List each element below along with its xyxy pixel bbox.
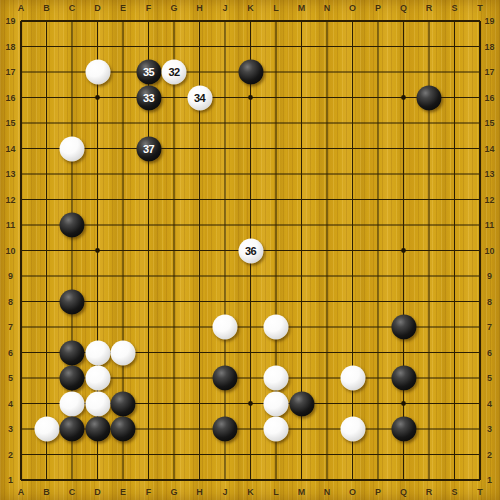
intersection-M15[interactable] <box>289 110 315 136</box>
intersection-D10[interactable] <box>85 238 111 264</box>
intersection-J8[interactable] <box>212 289 238 315</box>
intersection-N16[interactable] <box>314 85 340 111</box>
intersection-F5[interactable] <box>136 365 162 391</box>
intersection-T4[interactable] <box>467 391 493 417</box>
intersection-G16[interactable] <box>161 85 187 111</box>
intersection-P10[interactable] <box>365 238 391 264</box>
intersection-C3[interactable] <box>59 416 85 442</box>
intersection-Q8[interactable] <box>391 289 417 315</box>
intersection-Q10[interactable] <box>391 238 417 264</box>
intersection-O2[interactable] <box>340 442 366 468</box>
intersection-D1[interactable] <box>85 467 111 493</box>
intersection-C18[interactable] <box>59 34 85 60</box>
intersection-K13[interactable] <box>238 161 264 187</box>
intersection-N13[interactable] <box>314 161 340 187</box>
intersection-M2[interactable] <box>289 442 315 468</box>
intersection-A1[interactable] <box>8 467 34 493</box>
intersection-R12[interactable] <box>416 187 442 213</box>
intersection-Q4[interactable] <box>391 391 417 417</box>
intersection-J9[interactable] <box>212 263 238 289</box>
intersection-F11[interactable] <box>136 212 162 238</box>
intersection-D11[interactable] <box>85 212 111 238</box>
intersection-F9[interactable] <box>136 263 162 289</box>
intersection-C6[interactable] <box>59 340 85 366</box>
intersection-S6[interactable] <box>442 340 468 366</box>
intersection-M7[interactable] <box>289 314 315 340</box>
intersection-L1[interactable] <box>263 467 289 493</box>
intersection-J1[interactable] <box>212 467 238 493</box>
intersection-F4[interactable] <box>136 391 162 417</box>
intersection-L7[interactable] <box>263 314 289 340</box>
intersection-C7[interactable] <box>59 314 85 340</box>
intersection-F8[interactable] <box>136 289 162 315</box>
intersection-D9[interactable] <box>85 263 111 289</box>
intersection-R9[interactable] <box>416 263 442 289</box>
intersection-F2[interactable] <box>136 442 162 468</box>
intersection-J10[interactable] <box>212 238 238 264</box>
intersection-T19[interactable] <box>467 8 493 34</box>
intersection-H17[interactable] <box>187 59 213 85</box>
intersection-B3[interactable] <box>34 416 60 442</box>
intersection-B19[interactable] <box>34 8 60 34</box>
intersection-B16[interactable] <box>34 85 60 111</box>
intersection-G13[interactable] <box>161 161 187 187</box>
intersection-F16[interactable]: 33 <box>136 85 162 111</box>
intersection-J2[interactable] <box>212 442 238 468</box>
intersection-H19[interactable] <box>187 8 213 34</box>
intersection-K14[interactable] <box>238 136 264 162</box>
intersection-T17[interactable] <box>467 59 493 85</box>
intersection-R11[interactable] <box>416 212 442 238</box>
intersection-T14[interactable] <box>467 136 493 162</box>
intersection-T6[interactable] <box>467 340 493 366</box>
intersection-S4[interactable] <box>442 391 468 417</box>
intersection-S7[interactable] <box>442 314 468 340</box>
intersection-D3[interactable] <box>85 416 111 442</box>
intersection-C10[interactable] <box>59 238 85 264</box>
intersection-P3[interactable] <box>365 416 391 442</box>
intersection-B9[interactable] <box>34 263 60 289</box>
intersection-R17[interactable] <box>416 59 442 85</box>
intersection-M17[interactable] <box>289 59 315 85</box>
intersection-O11[interactable] <box>340 212 366 238</box>
intersection-N14[interactable] <box>314 136 340 162</box>
intersection-O6[interactable] <box>340 340 366 366</box>
intersection-M12[interactable] <box>289 187 315 213</box>
intersection-H7[interactable] <box>187 314 213 340</box>
intersection-N1[interactable] <box>314 467 340 493</box>
intersection-P5[interactable] <box>365 365 391 391</box>
intersection-A6[interactable] <box>8 340 34 366</box>
intersection-L8[interactable] <box>263 289 289 315</box>
intersection-N4[interactable] <box>314 391 340 417</box>
intersection-Q7[interactable] <box>391 314 417 340</box>
intersection-Q14[interactable] <box>391 136 417 162</box>
intersection-J17[interactable] <box>212 59 238 85</box>
intersection-R15[interactable] <box>416 110 442 136</box>
intersection-G4[interactable] <box>161 391 187 417</box>
intersection-M6[interactable] <box>289 340 315 366</box>
intersection-O19[interactable] <box>340 8 366 34</box>
intersection-C13[interactable] <box>59 161 85 187</box>
intersection-O14[interactable] <box>340 136 366 162</box>
intersection-B7[interactable] <box>34 314 60 340</box>
intersection-N8[interactable] <box>314 289 340 315</box>
intersection-O3[interactable] <box>340 416 366 442</box>
intersection-C4[interactable] <box>59 391 85 417</box>
intersection-P4[interactable] <box>365 391 391 417</box>
intersection-N12[interactable] <box>314 187 340 213</box>
intersection-O10[interactable] <box>340 238 366 264</box>
intersection-K11[interactable] <box>238 212 264 238</box>
intersection-Q19[interactable] <box>391 8 417 34</box>
intersection-C2[interactable] <box>59 442 85 468</box>
intersection-N9[interactable] <box>314 263 340 289</box>
intersection-R7[interactable] <box>416 314 442 340</box>
intersection-G15[interactable] <box>161 110 187 136</box>
intersection-Q13[interactable] <box>391 161 417 187</box>
intersection-A2[interactable] <box>8 442 34 468</box>
intersection-E11[interactable] <box>110 212 136 238</box>
intersection-E8[interactable] <box>110 289 136 315</box>
intersection-H18[interactable] <box>187 34 213 60</box>
intersection-N6[interactable] <box>314 340 340 366</box>
intersection-S3[interactable] <box>442 416 468 442</box>
intersection-M4[interactable] <box>289 391 315 417</box>
intersection-T1[interactable] <box>467 467 493 493</box>
intersection-L12[interactable] <box>263 187 289 213</box>
intersection-R3[interactable] <box>416 416 442 442</box>
intersection-O7[interactable] <box>340 314 366 340</box>
intersection-F14[interactable]: 37 <box>136 136 162 162</box>
intersection-D2[interactable] <box>85 442 111 468</box>
intersection-L9[interactable] <box>263 263 289 289</box>
intersection-N11[interactable] <box>314 212 340 238</box>
intersection-H3[interactable] <box>187 416 213 442</box>
intersection-Q3[interactable] <box>391 416 417 442</box>
intersection-O4[interactable] <box>340 391 366 417</box>
intersection-E12[interactable] <box>110 187 136 213</box>
intersection-D16[interactable] <box>85 85 111 111</box>
intersection-J19[interactable] <box>212 8 238 34</box>
intersection-Q11[interactable] <box>391 212 417 238</box>
intersection-L4[interactable] <box>263 391 289 417</box>
intersection-N15[interactable] <box>314 110 340 136</box>
intersection-K10[interactable]: 36 <box>238 238 264 264</box>
intersection-T15[interactable] <box>467 110 493 136</box>
intersection-H11[interactable] <box>187 212 213 238</box>
intersection-B6[interactable] <box>34 340 60 366</box>
intersection-L13[interactable] <box>263 161 289 187</box>
intersection-K9[interactable] <box>238 263 264 289</box>
intersection-G19[interactable] <box>161 8 187 34</box>
intersection-O5[interactable] <box>340 365 366 391</box>
intersection-J4[interactable] <box>212 391 238 417</box>
intersection-T2[interactable] <box>467 442 493 468</box>
intersection-J5[interactable] <box>212 365 238 391</box>
intersection-C17[interactable] <box>59 59 85 85</box>
intersection-E19[interactable] <box>110 8 136 34</box>
intersection-S17[interactable] <box>442 59 468 85</box>
intersection-E1[interactable] <box>110 467 136 493</box>
intersection-G8[interactable] <box>161 289 187 315</box>
intersection-K1[interactable] <box>238 467 264 493</box>
intersection-P6[interactable] <box>365 340 391 366</box>
intersection-L18[interactable] <box>263 34 289 60</box>
intersection-R19[interactable] <box>416 8 442 34</box>
intersection-L10[interactable] <box>263 238 289 264</box>
intersection-K17[interactable] <box>238 59 264 85</box>
intersection-D13[interactable] <box>85 161 111 187</box>
intersection-E17[interactable] <box>110 59 136 85</box>
intersection-H15[interactable] <box>187 110 213 136</box>
intersection-P8[interactable] <box>365 289 391 315</box>
intersection-E15[interactable] <box>110 110 136 136</box>
intersection-B4[interactable] <box>34 391 60 417</box>
intersection-O15[interactable] <box>340 110 366 136</box>
intersection-K16[interactable] <box>238 85 264 111</box>
intersection-H14[interactable] <box>187 136 213 162</box>
intersection-O9[interactable] <box>340 263 366 289</box>
intersection-G14[interactable] <box>161 136 187 162</box>
intersection-S18[interactable] <box>442 34 468 60</box>
intersection-D19[interactable] <box>85 8 111 34</box>
intersection-B17[interactable] <box>34 59 60 85</box>
intersection-T12[interactable] <box>467 187 493 213</box>
intersection-J16[interactable] <box>212 85 238 111</box>
intersection-A11[interactable] <box>8 212 34 238</box>
intersection-F13[interactable] <box>136 161 162 187</box>
intersection-E3[interactable] <box>110 416 136 442</box>
intersection-Q12[interactable] <box>391 187 417 213</box>
intersection-T18[interactable] <box>467 34 493 60</box>
intersection-M5[interactable] <box>289 365 315 391</box>
intersection-S13[interactable] <box>442 161 468 187</box>
intersection-A13[interactable] <box>8 161 34 187</box>
intersection-P1[interactable] <box>365 467 391 493</box>
intersection-M13[interactable] <box>289 161 315 187</box>
intersection-K18[interactable] <box>238 34 264 60</box>
intersection-G10[interactable] <box>161 238 187 264</box>
intersection-P18[interactable] <box>365 34 391 60</box>
intersection-P15[interactable] <box>365 110 391 136</box>
intersection-T9[interactable] <box>467 263 493 289</box>
intersection-B11[interactable] <box>34 212 60 238</box>
intersection-T11[interactable] <box>467 212 493 238</box>
intersection-O8[interactable] <box>340 289 366 315</box>
intersection-N10[interactable] <box>314 238 340 264</box>
intersection-O13[interactable] <box>340 161 366 187</box>
intersection-F10[interactable] <box>136 238 162 264</box>
intersection-C5[interactable] <box>59 365 85 391</box>
intersection-H4[interactable] <box>187 391 213 417</box>
intersection-D6[interactable] <box>85 340 111 366</box>
intersection-K5[interactable] <box>238 365 264 391</box>
intersection-J3[interactable] <box>212 416 238 442</box>
intersection-T3[interactable] <box>467 416 493 442</box>
intersection-A15[interactable] <box>8 110 34 136</box>
intersection-S15[interactable] <box>442 110 468 136</box>
intersection-F12[interactable] <box>136 187 162 213</box>
intersection-C8[interactable] <box>59 289 85 315</box>
intersection-N19[interactable] <box>314 8 340 34</box>
intersection-T5[interactable] <box>467 365 493 391</box>
intersection-N18[interactable] <box>314 34 340 60</box>
intersection-R10[interactable] <box>416 238 442 264</box>
intersection-L2[interactable] <box>263 442 289 468</box>
intersection-Q1[interactable] <box>391 467 417 493</box>
intersection-F3[interactable] <box>136 416 162 442</box>
intersection-D7[interactable] <box>85 314 111 340</box>
intersection-P11[interactable] <box>365 212 391 238</box>
intersection-O17[interactable] <box>340 59 366 85</box>
intersection-R1[interactable] <box>416 467 442 493</box>
intersection-P14[interactable] <box>365 136 391 162</box>
intersection-M19[interactable] <box>289 8 315 34</box>
intersection-D18[interactable] <box>85 34 111 60</box>
intersection-F1[interactable] <box>136 467 162 493</box>
intersection-M1[interactable] <box>289 467 315 493</box>
intersection-L19[interactable] <box>263 8 289 34</box>
intersection-J12[interactable] <box>212 187 238 213</box>
intersection-K3[interactable] <box>238 416 264 442</box>
intersection-C12[interactable] <box>59 187 85 213</box>
intersection-R8[interactable] <box>416 289 442 315</box>
intersection-S12[interactable] <box>442 187 468 213</box>
intersection-L6[interactable] <box>263 340 289 366</box>
intersection-E9[interactable] <box>110 263 136 289</box>
intersection-C15[interactable] <box>59 110 85 136</box>
intersection-E18[interactable] <box>110 34 136 60</box>
intersection-D8[interactable] <box>85 289 111 315</box>
intersection-F7[interactable] <box>136 314 162 340</box>
intersection-E2[interactable] <box>110 442 136 468</box>
intersection-F18[interactable] <box>136 34 162 60</box>
intersection-M18[interactable] <box>289 34 315 60</box>
intersection-E14[interactable] <box>110 136 136 162</box>
intersection-R13[interactable] <box>416 161 442 187</box>
intersection-F6[interactable] <box>136 340 162 366</box>
intersection-P17[interactable] <box>365 59 391 85</box>
intersection-P16[interactable] <box>365 85 391 111</box>
intersection-G5[interactable] <box>161 365 187 391</box>
intersection-R5[interactable] <box>416 365 442 391</box>
intersection-D17[interactable] <box>85 59 111 85</box>
intersection-L16[interactable] <box>263 85 289 111</box>
intersection-B5[interactable] <box>34 365 60 391</box>
intersection-J15[interactable] <box>212 110 238 136</box>
intersection-T7[interactable] <box>467 314 493 340</box>
intersection-M9[interactable] <box>289 263 315 289</box>
intersection-A9[interactable] <box>8 263 34 289</box>
intersection-R2[interactable] <box>416 442 442 468</box>
intersection-M14[interactable] <box>289 136 315 162</box>
intersection-N17[interactable] <box>314 59 340 85</box>
intersection-S11[interactable] <box>442 212 468 238</box>
intersection-Q6[interactable] <box>391 340 417 366</box>
intersection-Q15[interactable] <box>391 110 417 136</box>
intersection-R16[interactable] <box>416 85 442 111</box>
intersection-G18[interactable] <box>161 34 187 60</box>
intersection-F17[interactable]: 35 <box>136 59 162 85</box>
intersection-S8[interactable] <box>442 289 468 315</box>
intersection-C1[interactable] <box>59 467 85 493</box>
intersection-H16[interactable]: 34 <box>187 85 213 111</box>
intersection-L17[interactable] <box>263 59 289 85</box>
intersection-G3[interactable] <box>161 416 187 442</box>
intersection-B1[interactable] <box>34 467 60 493</box>
intersection-K19[interactable] <box>238 8 264 34</box>
intersection-C9[interactable] <box>59 263 85 289</box>
intersection-G17[interactable]: 32 <box>161 59 187 85</box>
intersection-O12[interactable] <box>340 187 366 213</box>
intersection-P13[interactable] <box>365 161 391 187</box>
intersection-L11[interactable] <box>263 212 289 238</box>
intersection-L15[interactable] <box>263 110 289 136</box>
intersection-B18[interactable] <box>34 34 60 60</box>
intersection-Q17[interactable] <box>391 59 417 85</box>
intersection-A17[interactable] <box>8 59 34 85</box>
intersection-P7[interactable] <box>365 314 391 340</box>
intersection-S9[interactable] <box>442 263 468 289</box>
intersection-B2[interactable] <box>34 442 60 468</box>
intersection-M16[interactable] <box>289 85 315 111</box>
intersection-R6[interactable] <box>416 340 442 366</box>
intersection-H9[interactable] <box>187 263 213 289</box>
intersection-B13[interactable] <box>34 161 60 187</box>
intersection-E10[interactable] <box>110 238 136 264</box>
intersection-J18[interactable] <box>212 34 238 60</box>
intersection-F15[interactable] <box>136 110 162 136</box>
intersection-A14[interactable] <box>8 136 34 162</box>
intersection-H12[interactable] <box>187 187 213 213</box>
intersection-R18[interactable] <box>416 34 442 60</box>
intersection-B15[interactable] <box>34 110 60 136</box>
intersection-F19[interactable] <box>136 8 162 34</box>
intersection-A5[interactable] <box>8 365 34 391</box>
intersection-B12[interactable] <box>34 187 60 213</box>
intersection-P2[interactable] <box>365 442 391 468</box>
intersection-Q5[interactable] <box>391 365 417 391</box>
intersection-C11[interactable] <box>59 212 85 238</box>
intersection-G6[interactable] <box>161 340 187 366</box>
intersection-H8[interactable] <box>187 289 213 315</box>
intersection-A18[interactable] <box>8 34 34 60</box>
intersection-O18[interactable] <box>340 34 366 60</box>
intersection-B10[interactable] <box>34 238 60 264</box>
intersection-A4[interactable] <box>8 391 34 417</box>
intersection-M11[interactable] <box>289 212 315 238</box>
intersection-Q16[interactable] <box>391 85 417 111</box>
intersection-B14[interactable] <box>34 136 60 162</box>
intersection-G11[interactable] <box>161 212 187 238</box>
intersection-G1[interactable] <box>161 467 187 493</box>
intersection-R14[interactable] <box>416 136 442 162</box>
intersection-K4[interactable] <box>238 391 264 417</box>
intersection-N5[interactable] <box>314 365 340 391</box>
intersection-H5[interactable] <box>187 365 213 391</box>
intersection-L14[interactable] <box>263 136 289 162</box>
intersection-R4[interactable] <box>416 391 442 417</box>
intersection-K15[interactable] <box>238 110 264 136</box>
intersection-H2[interactable] <box>187 442 213 468</box>
intersection-B8[interactable] <box>34 289 60 315</box>
intersection-M3[interactable] <box>289 416 315 442</box>
intersection-D5[interactable] <box>85 365 111 391</box>
intersection-L5[interactable] <box>263 365 289 391</box>
intersection-H6[interactable] <box>187 340 213 366</box>
intersection-T13[interactable] <box>467 161 493 187</box>
